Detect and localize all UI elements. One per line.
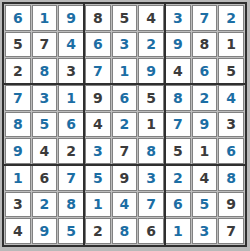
cell-r5c2[interactable]: 5 [32, 112, 58, 138]
cell-r9c9[interactable]: 7 [218, 218, 244, 244]
cell-r2c8[interactable]: 8 [192, 32, 218, 58]
cell-r6c2[interactable]: 4 [32, 138, 58, 164]
cell-r2c3[interactable]: 4 [58, 32, 84, 58]
cell-r8c8[interactable]: 5 [192, 192, 218, 218]
cell-r3c1[interactable]: 2 [5, 58, 31, 84]
cell-r3c2[interactable]: 8 [32, 58, 58, 84]
cell-r4c5[interactable]: 6 [112, 85, 138, 111]
cell-r1c5[interactable]: 5 [112, 5, 138, 31]
cell-r3c6[interactable]: 9 [138, 58, 164, 84]
cell-r4c7[interactable]: 8 [165, 85, 191, 111]
cell-r7c9[interactable]: 8 [218, 165, 244, 191]
cell-r6c3[interactable]: 2 [58, 138, 84, 164]
cell-r3c9[interactable]: 5 [218, 58, 244, 84]
cell-r4c1[interactable]: 7 [5, 85, 31, 111]
cell-r7c5[interactable]: 9 [112, 165, 138, 191]
cell-r1c4[interactable]: 8 [85, 5, 111, 31]
cell-r5c1[interactable]: 8 [5, 112, 31, 138]
cell-r1c3[interactable]: 9 [58, 5, 84, 31]
cell-r6c7[interactable]: 5 [165, 138, 191, 164]
cell-r7c3[interactable]: 7 [58, 165, 84, 191]
cell-r1c9[interactable]: 2 [218, 5, 244, 31]
sudoku-board: 6198543725746329812837194657319658248564… [2, 2, 247, 247]
cell-r4c3[interactable]: 1 [58, 85, 84, 111]
cell-r3c5[interactable]: 1 [112, 58, 138, 84]
cell-r2c6[interactable]: 2 [138, 32, 164, 58]
cell-r2c9[interactable]: 1 [218, 32, 244, 58]
cell-r9c3[interactable]: 5 [58, 218, 84, 244]
sudoku-app-board-region: 6198543725746329812837194657319658248564… [0, 0, 250, 251]
cell-r4c6[interactable]: 5 [138, 85, 164, 111]
cell-r8c5[interactable]: 4 [112, 192, 138, 218]
cell-r9c1[interactable]: 4 [5, 218, 31, 244]
cell-r5c6[interactable]: 1 [138, 112, 164, 138]
cell-r6c4[interactable]: 3 [85, 138, 111, 164]
cell-r6c1[interactable]: 9 [5, 138, 31, 164]
cell-r8c6[interactable]: 7 [138, 192, 164, 218]
cell-r8c4[interactable]: 1 [85, 192, 111, 218]
cell-r6c5[interactable]: 7 [112, 138, 138, 164]
cell-r6c8[interactable]: 1 [192, 138, 218, 164]
cell-r9c6[interactable]: 6 [138, 218, 164, 244]
cell-r8c3[interactable]: 8 [58, 192, 84, 218]
cell-r5c9[interactable]: 3 [218, 112, 244, 138]
cell-r2c2[interactable]: 7 [32, 32, 58, 58]
cell-r6c9[interactable]: 6 [218, 138, 244, 164]
cell-r1c1[interactable]: 6 [5, 5, 31, 31]
cell-r2c7[interactable]: 9 [165, 32, 191, 58]
cell-r5c8[interactable]: 9 [192, 112, 218, 138]
cell-r3c4[interactable]: 7 [85, 58, 111, 84]
cell-r3c7[interactable]: 4 [165, 58, 191, 84]
cell-r9c7[interactable]: 1 [165, 218, 191, 244]
cell-r4c2[interactable]: 3 [32, 85, 58, 111]
cell-r7c7[interactable]: 2 [165, 165, 191, 191]
cell-r8c2[interactable]: 2 [32, 192, 58, 218]
cell-r4c8[interactable]: 2 [192, 85, 218, 111]
cell-r4c9[interactable]: 4 [218, 85, 244, 111]
cell-r9c8[interactable]: 3 [192, 218, 218, 244]
cell-r7c1[interactable]: 1 [5, 165, 31, 191]
cell-r5c4[interactable]: 4 [85, 112, 111, 138]
cell-r5c7[interactable]: 7 [165, 112, 191, 138]
cell-r7c8[interactable]: 4 [192, 165, 218, 191]
cell-r5c5[interactable]: 2 [112, 112, 138, 138]
cell-r8c7[interactable]: 6 [165, 192, 191, 218]
cell-r7c6[interactable]: 3 [138, 165, 164, 191]
cell-r7c2[interactable]: 6 [32, 165, 58, 191]
cell-r1c2[interactable]: 1 [32, 5, 58, 31]
cell-r1c8[interactable]: 7 [192, 5, 218, 31]
cell-r2c4[interactable]: 6 [85, 32, 111, 58]
board-wrap: 6198543725746329812837194657319658248564… [2, 2, 247, 247]
cell-r1c6[interactable]: 4 [138, 5, 164, 31]
cell-r4c4[interactable]: 9 [85, 85, 111, 111]
cell-r2c1[interactable]: 5 [5, 32, 31, 58]
cell-r8c9[interactable]: 9 [218, 192, 244, 218]
cell-r7c4[interactable]: 5 [85, 165, 111, 191]
cell-r8c1[interactable]: 3 [5, 192, 31, 218]
cell-r1c7[interactable]: 3 [165, 5, 191, 31]
cell-r5c3[interactable]: 6 [58, 112, 84, 138]
cell-r3c8[interactable]: 6 [192, 58, 218, 84]
cell-r9c5[interactable]: 8 [112, 218, 138, 244]
cell-r9c4[interactable]: 2 [85, 218, 111, 244]
cell-r2c5[interactable]: 3 [112, 32, 138, 58]
cell-r6c6[interactable]: 8 [138, 138, 164, 164]
cell-r9c2[interactable]: 9 [32, 218, 58, 244]
cell-r3c3[interactable]: 3 [58, 58, 84, 84]
